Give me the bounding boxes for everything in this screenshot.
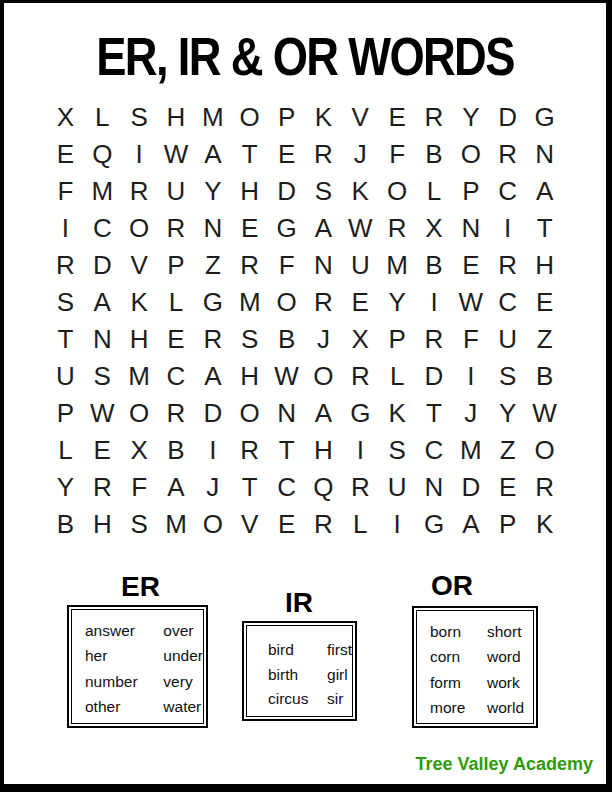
grid-cell[interactable]: W xyxy=(84,394,121,431)
grid-cell[interactable]: E xyxy=(268,505,305,542)
word-list-box-or-inner: borncornformmore shortwordworkworld xyxy=(416,610,534,724)
grid-cell[interactable]: F xyxy=(47,173,84,210)
grid-cell[interactable]: R xyxy=(342,357,379,394)
grid-cell[interactable]: T xyxy=(231,468,268,505)
grid-cell[interactable]: L xyxy=(84,99,121,136)
grid-cell[interactable]: S xyxy=(84,357,121,394)
grid-cell[interactable]: J xyxy=(342,136,379,173)
grid-cell[interactable]: E xyxy=(84,431,121,468)
grid-cell[interactable]: H xyxy=(231,173,268,210)
grid-cell[interactable]: S xyxy=(231,321,268,358)
word-list-ir-column-1: birdbirthcircus xyxy=(268,638,327,712)
grid-cell[interactable]: V xyxy=(231,505,268,542)
grid-cell[interactable]: A xyxy=(305,210,342,247)
word-list-er-column-2: overunderverywater xyxy=(163,618,203,720)
grid-cell[interactable]: D xyxy=(268,173,305,210)
grid-cell[interactable]: O xyxy=(268,284,305,321)
grid-cell[interactable]: R xyxy=(231,431,268,468)
word-list-item: very xyxy=(163,669,203,694)
grid-cell[interactable]: L xyxy=(416,173,453,210)
word-list-ir-column-2: firstgirlsir xyxy=(327,638,352,712)
grid-cell[interactable]: S xyxy=(305,173,342,210)
grid-cell[interactable]: B xyxy=(47,505,84,542)
grid-cell[interactable]: S xyxy=(121,99,158,136)
word-list-box-ir-inner: birdbirthcircus firstgirlsir xyxy=(246,625,353,717)
grid-cell[interactable]: E xyxy=(231,210,268,247)
grid-cell[interactable]: R xyxy=(305,136,342,173)
grid-cell[interactable]: H xyxy=(305,431,342,468)
grid-cell[interactable]: C xyxy=(416,431,453,468)
grid-cell[interactable]: J xyxy=(452,394,489,431)
word-list-box-er: answerhernumberother overunderverywater xyxy=(67,605,208,728)
worksheet-page: ER, IR & OR WORDS XLSHMOPKVERYDGEQIWATER… xyxy=(0,0,612,792)
grid-cell[interactable]: K xyxy=(526,505,563,542)
grid-cell[interactable]: R xyxy=(305,284,342,321)
grid-cell[interactable]: N xyxy=(526,136,563,173)
grid-cell[interactable]: O xyxy=(452,136,489,173)
grid-cell[interactable]: N xyxy=(268,394,305,431)
grid-cell[interactable]: J xyxy=(194,468,231,505)
grid-cell[interactable]: A xyxy=(194,357,231,394)
word-list-item: corn xyxy=(430,644,487,669)
grid-cell[interactable]: Q xyxy=(305,468,342,505)
grid-cell[interactable]: Z xyxy=(526,321,563,358)
grid-cell[interactable]: H xyxy=(121,321,158,358)
word-list-box-or: borncornformmore shortwordworkworld xyxy=(412,606,538,728)
word-list-item: water xyxy=(163,694,203,719)
grid-cell[interactable]: Y xyxy=(194,173,231,210)
grid-cell[interactable]: M xyxy=(121,357,158,394)
grid-cell[interactable]: R xyxy=(416,99,453,136)
word-list-item: over xyxy=(163,618,203,643)
grid-cell[interactable]: L xyxy=(379,357,416,394)
grid-cell[interactable]: H xyxy=(84,505,121,542)
grid-cell[interactable]: D xyxy=(194,394,231,431)
grid-cell[interactable]: M xyxy=(231,284,268,321)
word-list-item: more xyxy=(430,695,487,720)
grid-cell[interactable]: Y xyxy=(489,394,526,431)
grid-cell[interactable]: E xyxy=(489,468,526,505)
grid-cell[interactable]: G xyxy=(416,505,453,542)
grid-cell[interactable]: C xyxy=(158,357,195,394)
grid-cell[interactable]: T xyxy=(526,210,563,247)
grid-cell[interactable]: X xyxy=(47,99,84,136)
grid-cell[interactable]: E xyxy=(158,321,195,358)
grid-cell[interactable]: R xyxy=(342,468,379,505)
grid-cell[interactable]: N xyxy=(416,468,453,505)
grid-cell[interactable]: M xyxy=(452,431,489,468)
word-list-item: work xyxy=(487,670,524,695)
grid-cell[interactable]: X xyxy=(416,210,453,247)
grid-cell[interactable]: M xyxy=(158,505,195,542)
word-list-item: form xyxy=(430,670,487,695)
grid-cell[interactable]: P xyxy=(47,394,84,431)
grid-cell[interactable]: N xyxy=(84,321,121,358)
grid-cell[interactable]: R xyxy=(47,247,84,284)
grid-cell[interactable]: O xyxy=(121,394,158,431)
word-list-label-or: OR xyxy=(431,572,473,600)
grid-cell[interactable]: R xyxy=(526,468,563,505)
grid-cell[interactable]: P xyxy=(268,99,305,136)
grid-cell[interactable]: T xyxy=(268,431,305,468)
word-list-item: bird xyxy=(268,638,327,663)
grid-cell[interactable]: P xyxy=(158,247,195,284)
grid-cell[interactable]: M xyxy=(379,247,416,284)
grid-cell[interactable]: K xyxy=(379,394,416,431)
grid-cell[interactable]: I xyxy=(121,136,158,173)
grid-cell[interactable]: Y xyxy=(379,284,416,321)
grid-cell[interactable]: F xyxy=(121,468,158,505)
grid-cell[interactable]: A xyxy=(84,284,121,321)
grid-cell[interactable]: I xyxy=(379,505,416,542)
grid-cell[interactable]: M xyxy=(84,173,121,210)
grid-cell[interactable]: G xyxy=(526,99,563,136)
grid-cell[interactable]: B xyxy=(416,247,453,284)
grid-cell[interactable]: G xyxy=(194,284,231,321)
grid-cell[interactable]: C xyxy=(268,468,305,505)
grid-cell[interactable]: A xyxy=(452,505,489,542)
grid-cell[interactable]: W xyxy=(158,136,195,173)
word-list-item: word xyxy=(487,644,524,669)
grid-cell[interactable]: Z xyxy=(489,431,526,468)
word-list-or-column-2: shortwordworkworld xyxy=(487,619,524,721)
grid-cell[interactable]: R xyxy=(379,210,416,247)
grid-cell[interactable]: R xyxy=(231,247,268,284)
grid-cell[interactable]: Y xyxy=(47,468,84,505)
grid-cell[interactable]: N xyxy=(452,210,489,247)
grid-cell[interactable]: Q xyxy=(84,136,121,173)
grid-cell[interactable]: I xyxy=(416,284,453,321)
grid-cell[interactable]: B xyxy=(268,321,305,358)
word-list-item: sir xyxy=(327,687,352,712)
word-list-item: first xyxy=(327,638,352,663)
grid-cell[interactable]: I xyxy=(194,431,231,468)
word-list-item: number xyxy=(85,669,163,694)
grid-cell[interactable]: D xyxy=(84,247,121,284)
grid-cell[interactable]: R xyxy=(489,136,526,173)
grid-cell[interactable]: P xyxy=(489,505,526,542)
grid-cell[interactable]: A xyxy=(194,136,231,173)
grid-cell[interactable]: F xyxy=(268,247,305,284)
word-list-item: world xyxy=(487,695,524,720)
word-list-box-er-inner: answerhernumberother overunderverywater xyxy=(71,609,204,724)
grid-cell[interactable]: I xyxy=(489,210,526,247)
grid-cell[interactable]: A xyxy=(158,468,195,505)
grid-cell[interactable]: T xyxy=(47,321,84,358)
grid-cell[interactable]: R xyxy=(305,505,342,542)
grid-cell[interactable]: R xyxy=(489,247,526,284)
grid-cell[interactable]: O xyxy=(194,505,231,542)
word-search-grid: XLSHMOPKVERYDGEQIWATERJFBORNFMRUYHDSKOLP… xyxy=(47,99,563,542)
grid-cell[interactable]: G xyxy=(268,210,305,247)
credit-link[interactable]: Tree Valley Academy xyxy=(416,754,593,776)
grid-cell[interactable]: B xyxy=(416,136,453,173)
grid-cell[interactable]: U xyxy=(342,247,379,284)
grid-cell[interactable]: C xyxy=(84,210,121,247)
word-list-item: circus xyxy=(268,687,327,712)
grid-cell[interactable]: R xyxy=(158,394,195,431)
grid-cell[interactable]: C xyxy=(489,173,526,210)
grid-cell[interactable]: N xyxy=(305,247,342,284)
grid-cell[interactable]: L xyxy=(158,284,195,321)
grid-cell[interactable]: W xyxy=(526,394,563,431)
grid-cell[interactable]: N xyxy=(194,210,231,247)
grid-cell[interactable]: U xyxy=(489,321,526,358)
grid-cell[interactable]: K xyxy=(342,173,379,210)
grid-cell[interactable]: O xyxy=(526,431,563,468)
word-list-item: answer xyxy=(85,618,163,643)
grid-cell[interactable]: W xyxy=(452,284,489,321)
word-list-item: under xyxy=(163,643,203,668)
grid-cell[interactable]: F xyxy=(379,136,416,173)
grid-cell[interactable]: Y xyxy=(452,99,489,136)
grid-cell[interactable]: R xyxy=(416,321,453,358)
word-list-label-er: ER xyxy=(121,573,160,601)
grid-cell[interactable]: H xyxy=(526,247,563,284)
grid-cell[interactable]: I xyxy=(452,357,489,394)
word-list-label-ir: IR xyxy=(285,589,313,617)
grid-cell[interactable]: R xyxy=(84,468,121,505)
grid-cell[interactable]: O xyxy=(121,210,158,247)
grid-cell[interactable]: O xyxy=(231,99,268,136)
grid-cell[interactable]: K xyxy=(305,99,342,136)
grid-cell[interactable]: B xyxy=(526,357,563,394)
grid-cell[interactable]: U xyxy=(47,357,84,394)
grid-cell[interactable]: S xyxy=(489,357,526,394)
grid-cell[interactable]: B xyxy=(158,431,195,468)
grid-cell[interactable]: E xyxy=(268,136,305,173)
grid-cell[interactable]: D xyxy=(489,99,526,136)
grid-cell[interactable]: H xyxy=(158,99,195,136)
grid-cell[interactable]: R xyxy=(121,173,158,210)
grid-cell[interactable]: O xyxy=(305,357,342,394)
grid-cell[interactable]: E xyxy=(342,284,379,321)
grid-cell[interactable]: L xyxy=(342,505,379,542)
grid-cell[interactable]: E xyxy=(526,284,563,321)
grid-cell[interactable]: F xyxy=(452,321,489,358)
grid-cell[interactable]: R xyxy=(194,321,231,358)
grid-cell[interactable]: Z xyxy=(194,247,231,284)
grid-cell[interactable]: S xyxy=(379,431,416,468)
grid-cell[interactable]: G xyxy=(342,394,379,431)
grid-cell[interactable]: X xyxy=(121,431,158,468)
grid-cell[interactable]: M xyxy=(194,99,231,136)
grid-cell[interactable]: V xyxy=(121,247,158,284)
word-list-item: other xyxy=(85,694,163,719)
grid-cell[interactable]: X xyxy=(342,321,379,358)
grid-cell[interactable]: E xyxy=(47,136,84,173)
grid-cell[interactable]: P xyxy=(452,173,489,210)
grid-cell[interactable]: K xyxy=(121,284,158,321)
word-list-item: birth xyxy=(268,663,327,688)
grid-cell[interactable]: V xyxy=(342,99,379,136)
grid-cell[interactable]: E xyxy=(379,99,416,136)
word-list-item: born xyxy=(430,619,487,644)
word-list-item: girl xyxy=(327,663,352,688)
grid-cell[interactable]: U xyxy=(379,468,416,505)
grid-cell[interactable]: S xyxy=(121,505,158,542)
grid-cell[interactable]: S xyxy=(47,284,84,321)
grid-cell[interactable]: T xyxy=(231,136,268,173)
grid-cell[interactable]: A xyxy=(526,173,563,210)
grid-cell[interactable]: R xyxy=(158,210,195,247)
grid-cell[interactable]: W xyxy=(268,357,305,394)
grid-cell[interactable]: D xyxy=(452,468,489,505)
grid-cell[interactable]: J xyxy=(305,321,342,358)
grid-cell[interactable]: O xyxy=(231,394,268,431)
grid-cell[interactable]: I xyxy=(342,431,379,468)
word-list-or-column-1: borncornformmore xyxy=(430,619,487,721)
grid-cell[interactable]: E xyxy=(452,247,489,284)
grid-cell[interactable]: L xyxy=(47,431,84,468)
grid-cell[interactable]: C xyxy=(489,284,526,321)
word-list-er-column-1: answerhernumberother xyxy=(85,618,163,720)
grid-cell[interactable]: A xyxy=(305,394,342,431)
grid-cell[interactable]: U xyxy=(158,173,195,210)
page-title: ER, IR & OR WORDS xyxy=(52,25,558,87)
word-list-box-ir: birdbirthcircus firstgirlsir xyxy=(242,621,357,721)
grid-cell[interactable]: W xyxy=(342,210,379,247)
grid-cell[interactable]: P xyxy=(379,321,416,358)
grid-cell[interactable]: D xyxy=(416,357,453,394)
grid-cell[interactable]: O xyxy=(379,173,416,210)
word-list-item: short xyxy=(487,619,524,644)
grid-cell[interactable]: I xyxy=(47,210,84,247)
grid-cell[interactable]: T xyxy=(416,394,453,431)
word-list-item: her xyxy=(85,643,163,668)
grid-cell[interactable]: H xyxy=(231,357,268,394)
